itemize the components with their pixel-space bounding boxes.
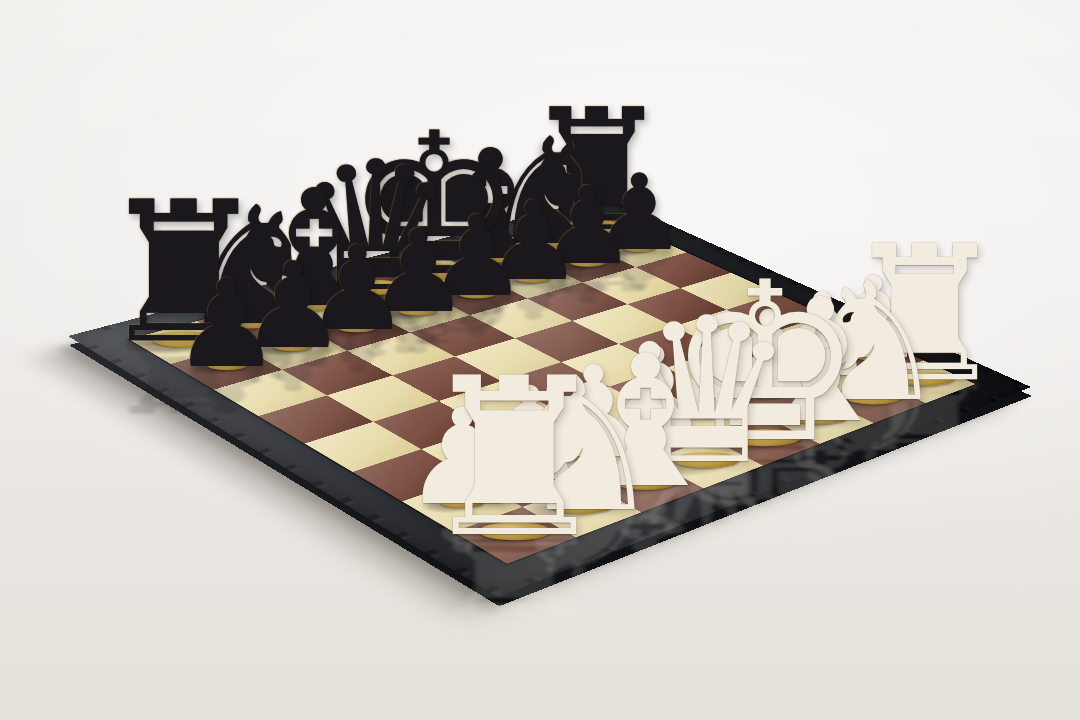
piece-white-rook-a1[interactable]: ♜ xyxy=(417,348,613,567)
pieces-layer: ♜♜♞♞♝♝♛♛♚♚♝♝♞♞♜♜♟♟♟♟♟♟♟♟♟♟♟♟♟♟♟♟♟♟♟♟♟♟♟♟… xyxy=(0,0,1080,720)
chess-scene: ♜♜♞♞♝♝♛♛♚♚♝♝♞♞♜♜♟♟♟♟♟♟♟♟♟♟♟♟♟♟♟♟♟♟♟♟♟♟♟♟… xyxy=(0,0,1080,720)
piece-black-pawn-a7[interactable]: ♟ xyxy=(172,264,281,385)
